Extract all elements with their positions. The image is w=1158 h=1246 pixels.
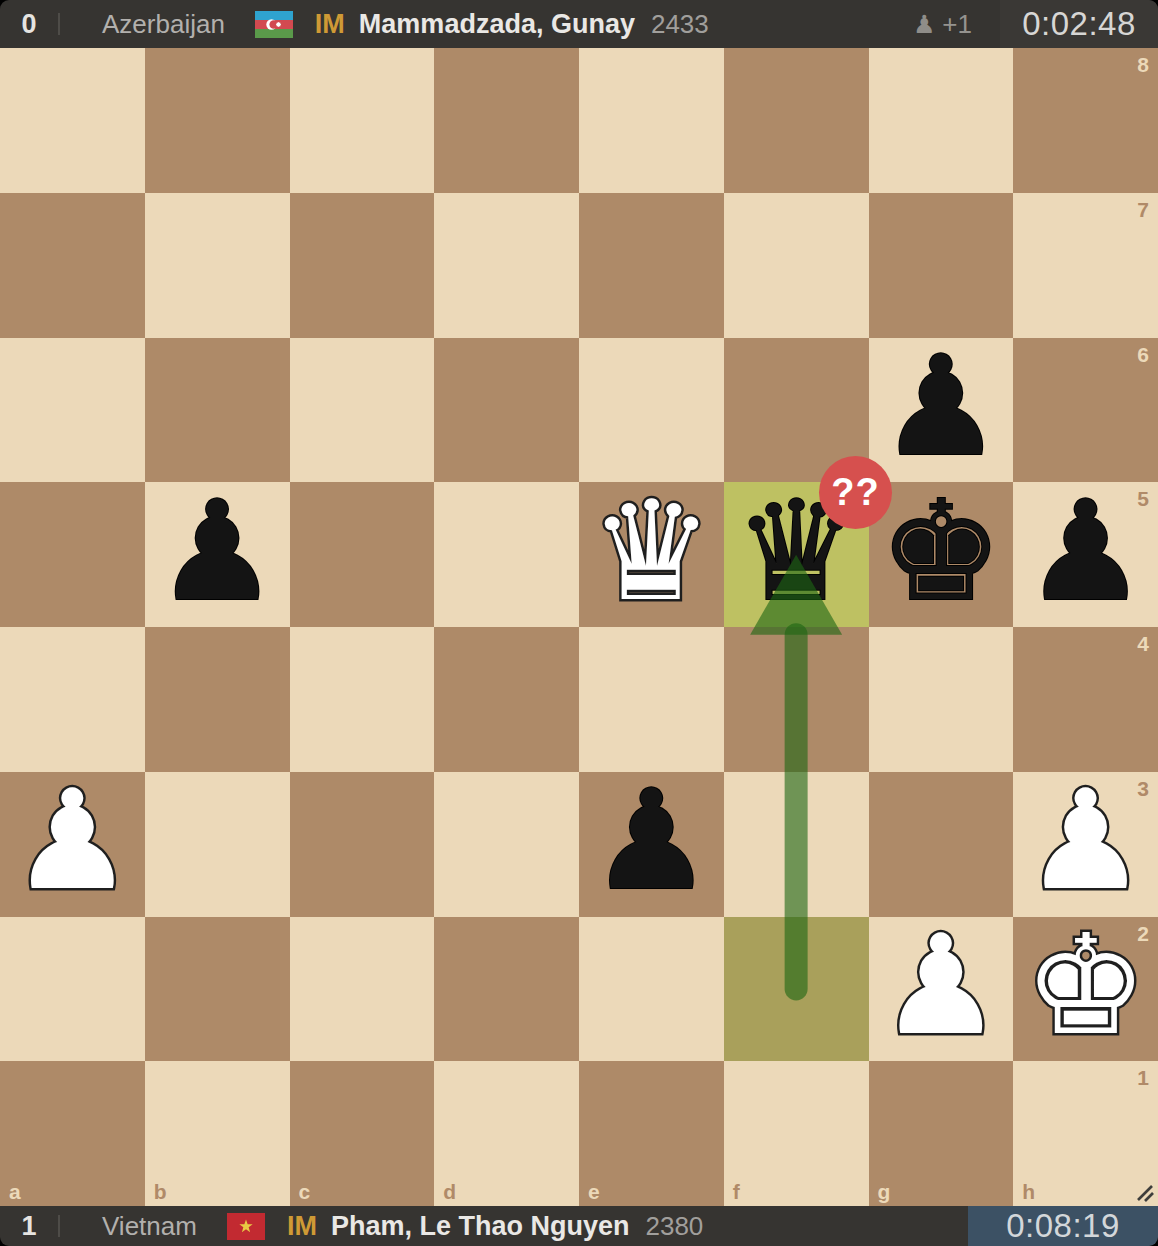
file-label-f: f xyxy=(733,1181,740,1202)
bottom-player-name: Pham, Le Thao Nguyen xyxy=(331,1211,630,1242)
square-g8[interactable] xyxy=(869,48,1014,193)
square-b3[interactable] xyxy=(145,772,290,917)
square-b1[interactable]: b xyxy=(145,1061,290,1206)
square-a4[interactable] xyxy=(0,627,145,772)
square-d3[interactable] xyxy=(434,772,579,917)
square-d4[interactable] xyxy=(434,627,579,772)
black-pawn-e3[interactable]: ♟ xyxy=(579,769,724,914)
file-label-c: c xyxy=(299,1181,311,1202)
square-a2[interactable] xyxy=(0,917,145,1062)
file-label-a: a xyxy=(9,1181,21,1202)
square-d8[interactable] xyxy=(434,48,579,193)
square-f3[interactable] xyxy=(724,772,869,917)
top-player-clock: 0:02:48 xyxy=(1000,0,1158,48)
vietnam-flag-icon xyxy=(227,1213,265,1240)
square-d2[interactable] xyxy=(434,917,579,1062)
material-advantage-value: +1 xyxy=(942,9,972,40)
square-c5[interactable] xyxy=(290,482,435,627)
material-advantage: ♟ +1 xyxy=(913,9,972,40)
file-label-d: d xyxy=(443,1181,456,1202)
square-g7[interactable] xyxy=(869,193,1014,338)
square-g4[interactable] xyxy=(869,627,1014,772)
white-pawn-a3[interactable]: ♟ xyxy=(0,769,145,914)
square-f1[interactable]: f xyxy=(724,1061,869,1206)
square-a1[interactable]: a xyxy=(0,1061,145,1206)
square-e2[interactable] xyxy=(579,917,724,1062)
square-a8[interactable] xyxy=(0,48,145,193)
white-pawn-h3[interactable]: ♟ xyxy=(1013,769,1158,914)
square-b4[interactable] xyxy=(145,627,290,772)
square-e8[interactable] xyxy=(579,48,724,193)
black-pawn-g6[interactable]: ♟ xyxy=(869,335,1014,480)
bottom-player-title: IM xyxy=(287,1211,317,1242)
square-d6[interactable] xyxy=(434,338,579,483)
square-e1[interactable]: e xyxy=(579,1061,724,1206)
rank-label-1: 1 xyxy=(1137,1067,1149,1088)
square-c8[interactable] xyxy=(290,48,435,193)
square-c6[interactable] xyxy=(290,338,435,483)
square-d5[interactable] xyxy=(434,482,579,627)
square-g1[interactable]: g xyxy=(869,1061,1014,1206)
bar-divider xyxy=(58,1215,60,1237)
square-g3[interactable] xyxy=(869,772,1014,917)
square-c2[interactable] xyxy=(290,917,435,1062)
chess-board: 8765432abcdefgh1 ♟♟♛♛♚♟♟♟♟♟♚ ?? xyxy=(0,48,1158,1206)
bottom-player-team: Vietnam xyxy=(102,1211,197,1242)
square-b6[interactable] xyxy=(145,338,290,483)
black-pawn-h5[interactable]: ♟ xyxy=(1013,479,1158,624)
top-player-score: 0 xyxy=(0,9,58,40)
rank-label-8: 8 xyxy=(1137,54,1149,75)
square-b2[interactable] xyxy=(145,917,290,1062)
bottom-player-rating: 2380 xyxy=(645,1211,703,1242)
square-a5[interactable] xyxy=(0,482,145,627)
square-e4[interactable] xyxy=(579,627,724,772)
square-e6[interactable] xyxy=(579,338,724,483)
square-d7[interactable] xyxy=(434,193,579,338)
square-f7[interactable] xyxy=(724,193,869,338)
file-label-h: h xyxy=(1022,1181,1035,1202)
square-f8[interactable] xyxy=(724,48,869,193)
file-label-b: b xyxy=(154,1181,167,1202)
square-b8[interactable] xyxy=(145,48,290,193)
rank-label-4: 4 xyxy=(1137,633,1149,654)
square-e7[interactable] xyxy=(579,193,724,338)
rank-label-7: 7 xyxy=(1137,199,1149,220)
square-b7[interactable] xyxy=(145,193,290,338)
white-king-h2[interactable]: ♚ xyxy=(1013,914,1158,1059)
bottom-player-clock: 0:08:19 xyxy=(968,1206,1158,1246)
bar-divider xyxy=(58,13,60,35)
top-player-rating: 2433 xyxy=(651,9,709,40)
square-f4[interactable] xyxy=(724,627,869,772)
white-queen-e5[interactable]: ♛ xyxy=(579,479,724,624)
white-pawn-g2[interactable]: ♟ xyxy=(869,914,1014,1059)
square-f2[interactable] xyxy=(724,917,869,1062)
square-c1[interactable]: c xyxy=(290,1061,435,1206)
top-player-name: Mammadzada, Gunay xyxy=(359,9,635,40)
azerbaijan-flag-icon xyxy=(255,11,293,38)
top-player-title: IM xyxy=(315,9,345,40)
resize-handle-icon[interactable] xyxy=(1133,1181,1155,1203)
square-a7[interactable] xyxy=(0,193,145,338)
square-h6[interactable]: 6 xyxy=(1013,338,1158,483)
square-h8[interactable]: 8 xyxy=(1013,48,1158,193)
file-label-e: e xyxy=(588,1181,600,1202)
top-player-team: Azerbaijan xyxy=(102,9,225,40)
square-c7[interactable] xyxy=(290,193,435,338)
square-c4[interactable] xyxy=(290,627,435,772)
square-a6[interactable] xyxy=(0,338,145,483)
square-h7[interactable]: 7 xyxy=(1013,193,1158,338)
pawn-icon: ♟ xyxy=(913,10,935,39)
top-player-bar: 0 Azerbaijan IM Mammadzada, Gunay 2433 ♟… xyxy=(0,0,1158,48)
square-d1[interactable]: d xyxy=(434,1061,579,1206)
black-pawn-b5[interactable]: ♟ xyxy=(145,479,290,624)
rank-label-6: 6 xyxy=(1137,344,1149,365)
square-c3[interactable] xyxy=(290,772,435,917)
square-h4[interactable]: 4 xyxy=(1013,627,1158,772)
file-label-g: g xyxy=(878,1181,891,1202)
blunder-badge: ?? xyxy=(819,456,892,529)
bottom-player-score: 1 xyxy=(0,1211,58,1242)
bottom-player-bar: 1 Vietnam IM Pham, Le Thao Nguyen 2380 0… xyxy=(0,1206,1158,1246)
